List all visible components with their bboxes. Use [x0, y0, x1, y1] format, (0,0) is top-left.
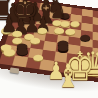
cream-checker: ●	[53, 26, 64, 34]
chess-checkers-set-photo: ●♞♜♟♟♝♚●●●♟●●●♟♟●♟●●●●●●●●●●●●♛♚♟♝	[0, 0, 98, 98]
cream-checker: ●	[64, 27, 75, 35]
dark-checker: ●	[79, 33, 90, 41]
pieces-layer: ●♞♜♟♟♝♚●●●♟●●●♟♟●♟●●●●●●●●●●●●♛♚♟♝	[0, 0, 98, 98]
cream-checker: ●	[2, 48, 15, 57]
cream-checker: ●	[32, 53, 43, 61]
cream-checker: ●	[29, 36, 40, 44]
dark-checker-stack: ●	[15, 47, 28, 56]
cream-bishop: ♝	[56, 60, 80, 92]
